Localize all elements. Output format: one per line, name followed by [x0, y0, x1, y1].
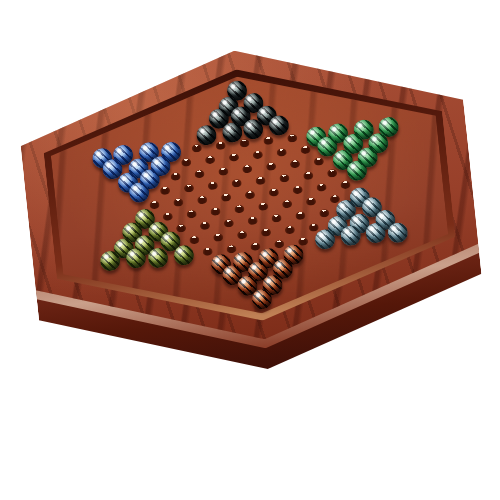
hole[interactable] [265, 162, 276, 171]
hole[interactable] [279, 174, 290, 183]
hole[interactable] [318, 209, 329, 218]
hole[interactable] [284, 226, 295, 235]
hole[interactable] [196, 196, 207, 205]
hole[interactable] [173, 198, 184, 207]
hole[interactable] [247, 216, 258, 225]
hole-grid [13, 28, 486, 363]
hole[interactable] [170, 172, 181, 181]
hole[interactable] [257, 202, 268, 211]
hole[interactable] [218, 167, 229, 176]
hole[interactable] [207, 181, 218, 190]
hole[interactable] [223, 219, 234, 228]
hole[interactable] [186, 210, 197, 219]
hole[interactable] [215, 141, 226, 150]
hole[interactable] [204, 155, 215, 164]
hole[interactable] [162, 212, 173, 221]
hole[interactable] [281, 200, 292, 209]
hole[interactable] [340, 180, 351, 189]
hole[interactable] [271, 214, 282, 223]
hole[interactable] [286, 134, 297, 143]
hole[interactable] [250, 242, 261, 251]
hole[interactable] [212, 233, 223, 242]
hole[interactable] [234, 205, 245, 214]
hole[interactable] [236, 231, 247, 240]
marble-black[interactable] [268, 115, 290, 137]
hole[interactable] [305, 197, 316, 206]
hole[interactable] [194, 170, 205, 179]
hole[interactable] [260, 228, 271, 237]
hole[interactable] [276, 148, 287, 157]
hole[interactable] [263, 136, 274, 145]
hole[interactable] [302, 171, 313, 180]
hole[interactable] [149, 201, 160, 210]
hole[interactable] [292, 185, 303, 194]
hole[interactable] [159, 186, 170, 195]
hole[interactable] [183, 184, 194, 193]
hole[interactable] [300, 145, 311, 154]
hole[interactable] [297, 237, 308, 246]
marble-teal[interactable] [387, 222, 409, 244]
hole[interactable] [252, 150, 263, 159]
hole[interactable] [199, 221, 210, 230]
hole[interactable] [175, 224, 186, 233]
hole[interactable] [202, 247, 213, 256]
hole[interactable] [268, 188, 279, 197]
hole[interactable] [255, 176, 266, 185]
hole[interactable] [273, 240, 284, 249]
hole[interactable] [308, 223, 319, 232]
hole[interactable] [241, 165, 252, 174]
product-photo-background: { "game": "chinese-checkers", "scene": {… [0, 0, 500, 500]
hole[interactable] [329, 195, 340, 204]
hole[interactable] [220, 193, 231, 202]
hole[interactable] [239, 139, 250, 148]
hole[interactable] [231, 179, 242, 188]
hole[interactable] [228, 153, 239, 162]
hole[interactable] [295, 211, 306, 220]
hole[interactable] [326, 169, 337, 178]
hole[interactable] [313, 157, 324, 166]
hole[interactable] [189, 236, 200, 245]
hole[interactable] [289, 160, 300, 169]
hole[interactable] [180, 158, 191, 167]
hole[interactable] [244, 190, 255, 199]
chinese-checkers-board [13, 28, 486, 363]
hole[interactable] [210, 207, 221, 216]
hole[interactable] [226, 245, 237, 254]
hole[interactable] [316, 183, 327, 192]
marble-olive[interactable] [172, 244, 194, 266]
hole[interactable] [191, 144, 202, 153]
